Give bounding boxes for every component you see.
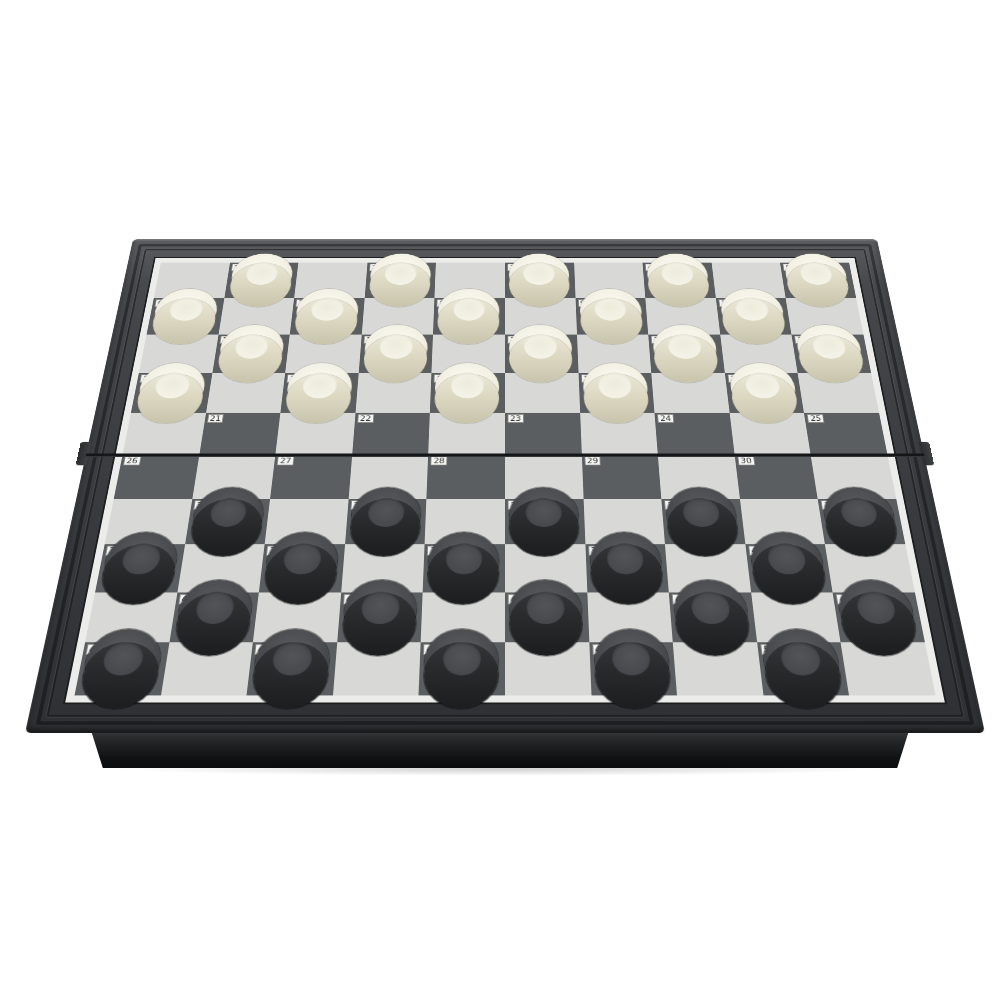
piece-top-dimple [361,592,400,624]
dark-square[interactable]: 19⛀ [578,373,654,413]
dark-square[interactable]: 28 [427,455,505,499]
dark-square[interactable]: 16⛀ [131,373,212,413]
dark-square[interactable]: 14⛀ [648,335,724,373]
piece-top-dimple [379,334,413,358]
piece-top-dimple [442,642,481,676]
piece-top-dimple [453,297,485,320]
piece-top-dimple [384,262,417,284]
piece-top-dimple [526,498,562,527]
piece-top-dimple [367,498,404,527]
piece-top-dimple [594,297,627,320]
dark-square[interactable]: 38⛂ [423,544,505,592]
piece-top-dimple [168,297,204,320]
checker-piece-white[interactable]: ⛀ [228,254,294,297]
dark-square[interactable]: 49⛂ [589,643,677,696]
piece-top-dimple [310,297,344,320]
checker-piece-black[interactable]: ⛂ [428,532,499,591]
piece-top-dimple [194,592,236,624]
dark-square[interactable]: 29 [581,455,661,499]
dark-square[interactable]: 1⛀ [224,263,298,298]
piece-top-dimple [667,334,702,358]
dark-square[interactable]: 47⛂ [247,643,337,696]
dark-square[interactable]: 7⛀ [290,298,365,335]
dark-square[interactable]: 45⛂ [833,592,925,642]
piece-top-dimple [691,592,731,624]
piece-top-dimple [234,334,270,358]
piece-top-dimple [154,373,192,398]
dark-square[interactable]: 26 [114,455,199,499]
piece-top-dimple [839,498,880,527]
dark-square[interactable]: 18⛀ [430,373,505,413]
piece-top-dimple [101,642,145,676]
piece-top-dimple [523,262,555,284]
draughts-board: 1⛀2⛀3⛀4⛀5⛀6⛀7⛀8⛀9⛀10⛀11⛀12⛀13⛀14⛀15⛀16⛀1… [25,239,985,733]
dark-square[interactable]: 24 [655,413,735,455]
checker-piece-white[interactable]: ⛀ [509,254,570,297]
board-grid: 1⛀2⛀3⛀4⛀5⛀6⛀7⛀8⛀9⛀10⛀11⛀12⛀13⛀14⛀15⛀16⛀1… [74,263,935,696]
dark-square[interactable]: 5⛀ [780,263,856,298]
piece-top-dimple [524,334,557,358]
piece-top-dimple [445,544,482,574]
square-number-label: 26 [123,456,141,465]
piece-top-dimple [245,262,279,284]
checker-piece-black[interactable]: ⛂ [424,629,499,694]
piece-top-dimple [779,642,822,676]
dark-square[interactable]: 48⛂ [419,643,505,696]
piece-top-dimple [811,334,848,358]
dark-square[interactable]: 39⛂ [585,544,669,592]
dark-square[interactable]: 22 [352,413,430,455]
dark-square[interactable]: 4⛀ [643,263,716,298]
dark-square[interactable]: 41⛂ [169,592,259,642]
dark-square[interactable]: 37⛂ [259,544,345,592]
dark-square[interactable]: 23 [505,413,582,455]
checker-piece-white[interactable]: ⛀ [509,325,573,372]
checker-piece-black[interactable]: ⛂ [510,580,583,642]
dark-square[interactable]: 9⛀ [575,298,648,335]
square-number-label: 24 [657,414,674,423]
square-number-label: 23 [508,414,524,423]
piece-top-dimple [209,498,249,527]
checker-piece-white[interactable]: ⛀ [363,325,429,372]
piece-top-dimple [120,544,162,574]
dark-square[interactable]: 35⛂ [818,499,905,545]
dark-square[interactable]: 25 [804,413,887,455]
checker-piece-white[interactable]: ⛀ [646,254,710,297]
square-number-label: 22 [357,414,374,423]
piece-top-dimple [527,592,565,624]
piece-top-dimple [283,544,322,574]
checker-piece-white[interactable]: ⛀ [369,254,432,297]
dark-square[interactable]: 33⛂ [505,499,585,545]
piece-top-dimple [302,373,338,398]
checkers-board-photo: 1⛀2⛀3⛀4⛀5⛀6⛀7⛀8⛀9⛀10⛀11⛀12⛀13⛀14⛀15⛀16⛀1… [0,0,1000,1000]
square-number-label: 21 [207,414,224,423]
dark-square[interactable]: 44⛂ [669,592,757,642]
dark-square[interactable]: 36⛂ [95,544,185,592]
dark-square[interactable]: 15⛀ [792,335,871,373]
board-sheet: 1⛀2⛀3⛀4⛀5⛀6⛀7⛀8⛀9⛀10⛀11⛀12⛀13⛀14⛀15⛀16⛀1… [65,258,945,702]
piece-top-dimple [272,642,314,676]
dark-square[interactable]: 17⛀ [281,373,359,413]
dark-square[interactable]: 32⛂ [345,499,427,545]
dark-square[interactable]: 34⛂ [661,499,745,545]
dark-square[interactable]: 3⛀ [505,263,575,298]
piece-top-dimple [611,642,651,676]
square-number-label: 27 [277,456,294,465]
dark-square[interactable]: 43⛂ [505,592,589,642]
piece-top-dimple [450,373,484,398]
board-shadow [110,762,890,776]
piece-top-dimple [855,592,898,624]
dark-square[interactable]: 30 [734,455,817,499]
dark-square[interactable]: 46⛂ [75,643,170,696]
dark-square[interactable]: 40⛂ [745,544,833,592]
square-number-label: 28 [431,456,448,465]
hinge-seam [85,453,924,456]
piece-top-dimple [606,544,644,574]
piece-top-dimple [682,498,720,527]
checker-piece-black[interactable]: ⛂ [509,487,579,543]
square-number-label: 30 [737,456,755,465]
dark-square[interactable]: 8⛀ [433,298,505,335]
dark-square[interactable]: 12⛀ [359,335,434,373]
piece-top-dimple [598,373,633,398]
dark-square[interactable]: 13⛀ [505,335,578,373]
piece-top-dimple [744,373,781,398]
piece-top-dimple [798,262,833,284]
dark-square[interactable]: 10⛀ [716,298,792,335]
piece-top-dimple [661,262,694,284]
dark-square[interactable]: 27 [270,455,352,499]
square-number-label: 25 [807,414,824,423]
dark-square[interactable]: 31⛂ [185,499,271,545]
checker-piece-white[interactable]: ⛀ [783,254,851,297]
dark-square[interactable]: 20⛀ [725,373,805,413]
dark-square[interactable]: 11⛀ [212,335,290,373]
checker-piece-white[interactable]: ⛀ [434,363,499,412]
dark-square[interactable]: 42⛂ [337,592,423,642]
square-number-label: 29 [584,456,601,465]
piece-top-dimple [734,297,769,320]
dark-square[interactable]: 6⛀ [147,298,225,335]
piece-top-dimple [766,544,807,574]
checker-piece-white[interactable]: ⛀ [437,289,499,334]
dark-square[interactable]: 21 [199,413,280,455]
dark-square[interactable]: 50⛂ [757,643,849,696]
dark-square[interactable]: 2⛀ [365,263,437,298]
